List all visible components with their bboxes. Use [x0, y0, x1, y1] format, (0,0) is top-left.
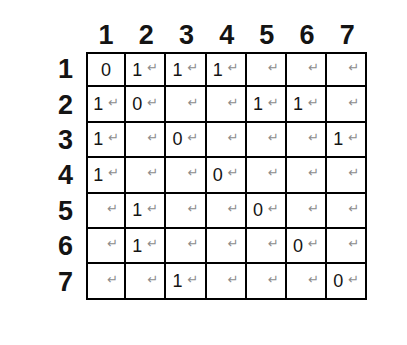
return-mark-icon: ↵: [107, 202, 118, 215]
return-mark-icon: ↵: [147, 273, 158, 286]
return-mark-icon: ↵: [147, 166, 158, 179]
grid-cell-r4c5: ↵: [247, 158, 287, 193]
cell-value: 1: [132, 61, 142, 79]
grid-cell-r2c3: ↵: [166, 87, 206, 122]
return-mark-icon: ↵: [268, 96, 279, 109]
grid-cell-r3c3: 0↵: [166, 123, 206, 158]
grid-cell-r5c5: 0↵: [247, 194, 287, 229]
return-mark-icon: ↵: [348, 131, 359, 144]
grid-cell-r4c7: ↵: [327, 158, 367, 193]
cell-value: 1: [253, 95, 263, 113]
return-mark-icon: ↵: [188, 96, 199, 109]
return-mark-icon: ↵: [308, 96, 319, 109]
cell-value: 1: [213, 61, 223, 79]
grid-cell-r3c7: 1↵: [327, 123, 367, 158]
return-mark-icon: ↵: [228, 202, 239, 215]
grid-cell-r1c6: ↵: [287, 52, 327, 87]
cell-value: 0: [213, 166, 223, 184]
grid-cell-r4c2: ↵: [126, 158, 166, 193]
return-mark-icon: ↵: [228, 237, 239, 250]
cell-value: 0: [293, 237, 303, 255]
row-header-6: 6: [40, 229, 86, 264]
row-header-1: 1: [40, 52, 86, 87]
return-mark-icon: ↵: [268, 61, 279, 74]
col-header-3: 3: [166, 8, 206, 52]
grid-cell-r5c4: ↵: [207, 194, 247, 229]
grid-cell-r7c2: ↵: [126, 264, 166, 299]
adjacency-matrix: 1234567101↵1↵1↵↵↵↵21↵0↵↵↵1↵1↵↵31↵↵0↵↵↵↵1…: [40, 8, 367, 300]
row-header-7: 7: [40, 264, 86, 299]
grid-cell-r5c6: ↵: [287, 194, 327, 229]
grid-cell-r4c6: ↵: [287, 158, 327, 193]
grid-cell-r3c1: 1↵: [86, 123, 126, 158]
grid-cell-r6c6: 0↵: [287, 229, 327, 264]
corner-spacer: [40, 8, 86, 52]
cell-value: 1: [293, 95, 303, 113]
grid-cell-r5c1: ↵: [86, 194, 126, 229]
return-mark-icon: ↵: [228, 61, 239, 74]
return-mark-icon: ↵: [108, 166, 119, 179]
grid-cell-r5c7: ↵: [327, 194, 367, 229]
return-mark-icon: ↵: [188, 237, 199, 250]
grid-cell-r2c5: 1↵: [247, 87, 287, 122]
return-mark-icon: ↵: [308, 131, 319, 144]
return-mark-icon: ↵: [308, 237, 319, 250]
return-mark-icon: ↵: [308, 61, 319, 74]
return-mark-icon: ↵: [147, 131, 158, 144]
grid-cell-r7c6: ↵: [287, 264, 327, 299]
grid-cell-r3c4: ↵: [207, 123, 247, 158]
grid-cell-r6c2: 1↵: [126, 229, 166, 264]
grid-cell-r6c1: ↵: [86, 229, 126, 264]
return-mark-icon: ↵: [147, 237, 158, 250]
cell-value: 1: [132, 237, 142, 255]
grid-cell-r6c5: ↵: [247, 229, 287, 264]
grid-cell-r1c3: 1↵: [166, 52, 206, 87]
return-mark-icon: ↵: [228, 131, 239, 144]
cell-value: 0: [253, 201, 263, 219]
return-mark-icon: ↵: [107, 273, 118, 286]
grid-cell-r2c1: 1↵: [86, 87, 126, 122]
grid-cell-r3c2: ↵: [126, 123, 166, 158]
cell-value: 1: [93, 130, 103, 148]
grid-cell-r4c1: 1↵: [86, 158, 126, 193]
cell-value: 1: [173, 61, 183, 79]
return-mark-icon: ↵: [147, 61, 158, 74]
return-mark-icon: ↵: [188, 273, 199, 286]
grid-cell-r4c4: 0↵: [207, 158, 247, 193]
return-mark-icon: ↵: [348, 202, 359, 215]
cell-value: 1: [173, 272, 183, 290]
grid-cell-r5c3: ↵: [166, 194, 206, 229]
return-mark-icon: ↵: [228, 166, 239, 179]
return-mark-icon: ↵: [147, 202, 158, 215]
return-mark-icon: ↵: [188, 61, 199, 74]
row-header-3: 3: [40, 123, 86, 158]
cell-value: 1: [93, 95, 103, 113]
grid-cell-r1c2: 1↵: [126, 52, 166, 87]
return-mark-icon: ↵: [107, 237, 118, 250]
col-header-5: 5: [247, 8, 287, 52]
return-mark-icon: ↵: [348, 96, 359, 109]
col-header-1: 1: [86, 8, 126, 52]
return-mark-icon: ↵: [268, 166, 279, 179]
grid-cell-r1c4: 1↵: [207, 52, 247, 87]
return-mark-icon: ↵: [348, 273, 359, 286]
grid-cell-r7c5: ↵: [247, 264, 287, 299]
return-mark-icon: ↵: [308, 166, 319, 179]
grid-cell-r3c5: ↵: [247, 123, 287, 158]
cell-value: 0: [333, 272, 343, 290]
return-mark-icon: ↵: [147, 96, 158, 109]
return-mark-icon: ↵: [108, 96, 119, 109]
col-header-4: 4: [207, 8, 247, 52]
return-mark-icon: ↵: [188, 131, 199, 144]
cell-value: 0: [173, 130, 183, 148]
grid-cell-r7c7: 0↵: [327, 264, 367, 299]
return-mark-icon: ↵: [348, 166, 359, 179]
cell-value: 1: [132, 201, 142, 219]
return-mark-icon: ↵: [108, 131, 119, 144]
grid-cell-r2c7: ↵: [327, 87, 367, 122]
grid-cell-r1c7: ↵: [327, 52, 367, 87]
grid-cell-r3c6: ↵: [287, 123, 327, 158]
return-mark-icon: ↵: [188, 166, 199, 179]
return-mark-icon: ↵: [228, 96, 239, 109]
grid-cell-r4c3: ↵: [166, 158, 206, 193]
return-mark-icon: ↵: [228, 273, 239, 286]
row-header-2: 2: [40, 87, 86, 122]
return-mark-icon: ↵: [268, 237, 279, 250]
grid-cell-r6c4: ↵: [207, 229, 247, 264]
return-mark-icon: ↵: [348, 237, 359, 250]
grid-cell-r7c4: ↵: [207, 264, 247, 299]
col-header-2: 2: [126, 8, 166, 52]
grid-cell-r7c1: ↵: [86, 264, 126, 299]
grid-cell-r6c7: ↵: [327, 229, 367, 264]
grid-cell-r7c3: 1↵: [166, 264, 206, 299]
return-mark-icon: ↵: [308, 202, 319, 215]
cell-value: 1: [333, 130, 343, 148]
row-header-4: 4: [40, 158, 86, 193]
return-mark-icon: ↵: [268, 202, 279, 215]
cell-value: 0: [101, 61, 111, 79]
return-mark-icon: ↵: [268, 273, 279, 286]
return-mark-icon: ↵: [188, 202, 199, 215]
grid-cell-r5c2: 1↵: [126, 194, 166, 229]
grid-cell-r1c5: ↵: [247, 52, 287, 87]
cell-value: 0: [132, 95, 142, 113]
row-header-5: 5: [40, 194, 86, 229]
return-mark-icon: ↵: [268, 131, 279, 144]
grid-cell-r2c6: 1↵: [287, 87, 327, 122]
col-header-6: 6: [287, 8, 327, 52]
grid-cell-r2c4: ↵: [207, 87, 247, 122]
grid-cell-r1c1: 0: [86, 52, 126, 87]
return-mark-icon: ↵: [348, 61, 359, 74]
grid-cell-r2c2: 0↵: [126, 87, 166, 122]
col-header-7: 7: [327, 8, 367, 52]
grid-cell-r6c3: ↵: [166, 229, 206, 264]
cell-value: 1: [93, 166, 103, 184]
return-mark-icon: ↵: [308, 273, 319, 286]
adjacency-matrix-page: 1234567101↵1↵1↵↵↵↵21↵0↵↵↵1↵1↵↵31↵↵0↵↵↵↵1…: [0, 0, 407, 345]
